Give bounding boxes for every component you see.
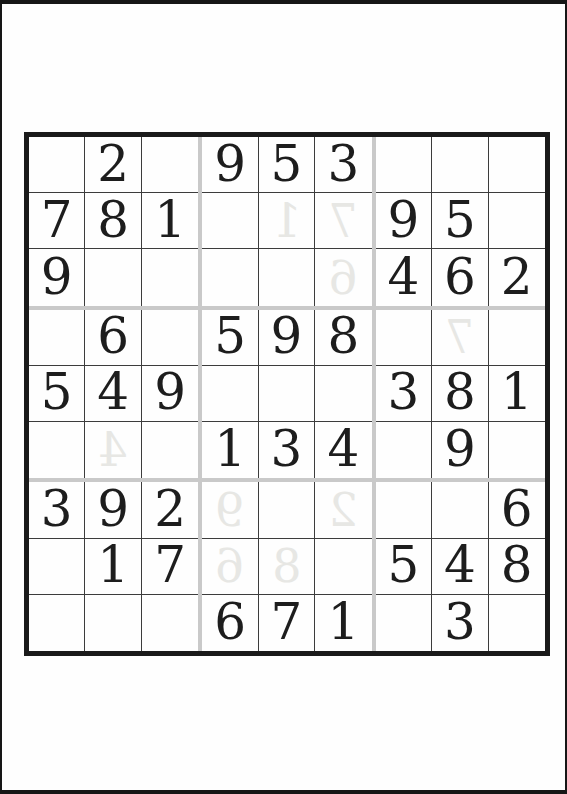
cell-r1c4[interactable]: 9 — [202, 137, 258, 193]
given-digit: 6 — [444, 252, 476, 302]
given-digit: 4 — [328, 424, 360, 474]
cell-r7c9[interactable]: 6 — [489, 482, 545, 538]
cell-r8c6[interactable] — [315, 539, 371, 595]
given-digit: 7 — [41, 195, 73, 245]
given-digit: 3 — [387, 367, 419, 417]
cell-r4c8[interactable]: 7 — [432, 310, 488, 366]
cell-r5c5[interactable] — [259, 366, 315, 422]
given-digit: 3 — [271, 424, 303, 474]
cell-r3c6[interactable]: 6 — [315, 249, 371, 305]
cell-r4c1[interactable] — [29, 310, 85, 366]
cell-r1c1[interactable] — [29, 137, 85, 193]
given-digit: 3 — [444, 597, 476, 647]
given-digit: 1 — [501, 367, 533, 417]
given-digit: 9 — [444, 424, 476, 474]
given-digit: 6 — [501, 484, 533, 534]
cell-r7c7[interactable] — [376, 482, 432, 538]
cell-r9c3[interactable] — [142, 595, 198, 651]
cell-r7c8[interactable] — [432, 482, 488, 538]
given-digit: 9 — [214, 139, 246, 189]
cell-r3c2[interactable] — [85, 249, 141, 305]
cell-r9c7[interactable] — [376, 595, 432, 651]
given-digit: 1 — [97, 540, 129, 590]
cell-r3c9[interactable]: 2 — [489, 249, 545, 305]
cell-r2c4[interactable] — [202, 193, 258, 249]
cell-r2c6[interactable]: 7 — [315, 193, 371, 249]
given-digit: 3 — [41, 484, 73, 534]
cell-r9c8[interactable]: 3 — [432, 595, 488, 651]
ghost-digit: 4 — [85, 422, 140, 478]
given-digit: 5 — [387, 540, 419, 590]
cell-r9c6[interactable]: 1 — [315, 595, 371, 651]
given-digit: 3 — [328, 139, 360, 189]
cell-r2c1[interactable]: 7 — [29, 193, 85, 249]
cell-r6c3[interactable] — [142, 422, 198, 478]
cell-r5c2[interactable]: 4 — [85, 366, 141, 422]
given-digit: 1 — [214, 424, 246, 474]
given-digit: 9 — [41, 252, 73, 302]
cell-r6c9[interactable] — [489, 422, 545, 478]
given-digit: 6 — [214, 597, 246, 647]
given-digit: 9 — [387, 195, 419, 245]
cell-r7c3[interactable]: 2 — [142, 482, 198, 538]
cell-r8c8[interactable]: 4 — [432, 539, 488, 595]
cell-r9c4[interactable]: 6 — [202, 595, 258, 651]
cell-r6c5[interactable]: 3 — [259, 422, 315, 478]
given-digit: 6 — [97, 311, 129, 361]
ghost-digit: 8 — [259, 539, 314, 594]
given-digit: 1 — [328, 597, 360, 647]
cell-r1c6[interactable]: 3 — [315, 137, 371, 193]
ghost-digit: 2 — [315, 482, 371, 537]
cell-r5c6[interactable] — [315, 366, 371, 422]
cell-r5c8[interactable]: 8 — [432, 366, 488, 422]
ghost-digit: 9 — [202, 482, 257, 537]
cell-r8c1[interactable] — [29, 539, 85, 595]
cell-r8c2[interactable]: 1 — [85, 539, 141, 595]
cell-r2c2[interactable]: 8 — [85, 193, 141, 249]
cell-r7c1[interactable]: 3 — [29, 482, 85, 538]
cell-r7c6[interactable]: 2 — [315, 482, 371, 538]
cell-r2c5[interactable]: 1 — [259, 193, 315, 249]
given-digit: 5 — [214, 311, 246, 361]
cell-r6c6[interactable]: 4 — [315, 422, 371, 478]
cell-r2c9[interactable] — [489, 193, 545, 249]
given-digit: 7 — [271, 597, 303, 647]
cell-r4c3[interactable] — [142, 310, 198, 366]
cell-r1c9[interactable] — [489, 137, 545, 193]
cell-r8c3[interactable]: 7 — [142, 539, 198, 595]
cell-r3c1[interactable]: 9 — [29, 249, 85, 305]
given-digit: 7 — [154, 540, 186, 590]
cell-r6c4[interactable]: 1 — [202, 422, 258, 478]
given-digit: 2 — [154, 484, 186, 534]
cell-r1c5[interactable]: 5 — [259, 137, 315, 193]
cell-r8c7[interactable]: 5 — [376, 539, 432, 595]
cell-r4c6[interactable]: 8 — [315, 310, 371, 366]
cell-r2c3[interactable]: 1 — [142, 193, 198, 249]
cell-r6c2[interactable]: 4 — [85, 422, 141, 478]
cell-r9c5[interactable]: 7 — [259, 595, 315, 651]
given-digit: 4 — [387, 252, 419, 302]
cell-r8c9[interactable]: 8 — [489, 539, 545, 595]
cell-r3c3[interactable] — [142, 249, 198, 305]
given-digit: 4 — [97, 367, 129, 417]
cell-r1c7[interactable] — [376, 137, 432, 193]
given-digit: 8 — [97, 195, 129, 245]
given-digit: 2 — [501, 252, 533, 302]
given-digit: 9 — [271, 311, 303, 361]
cell-r3c5[interactable] — [259, 249, 315, 305]
ghost-digit: 1 — [259, 193, 314, 248]
cell-r1c2[interactable]: 2 — [85, 137, 141, 193]
ghost-digit: 6 — [202, 539, 257, 594]
cell-r4c9[interactable] — [489, 310, 545, 366]
cell-r5c1[interactable]: 5 — [29, 366, 85, 422]
given-digit: 9 — [97, 484, 129, 534]
cell-r3c8[interactable]: 6 — [432, 249, 488, 305]
cell-r7c2[interactable]: 9 — [85, 482, 141, 538]
cell-r5c9[interactable]: 1 — [489, 366, 545, 422]
ghost-digit: 6 — [315, 249, 371, 305]
cell-r4c7[interactable] — [376, 310, 432, 366]
cell-r6c7[interactable] — [376, 422, 432, 478]
cell-r1c8[interactable] — [432, 137, 488, 193]
ghost-digit: 7 — [432, 310, 487, 365]
cell-r6c1[interactable] — [29, 422, 85, 478]
ghost-digit: 7 — [315, 193, 371, 248]
cell-r5c4[interactable] — [202, 366, 258, 422]
cell-r1c3[interactable] — [142, 137, 198, 193]
scanned-puzzle-page: 2953781179596462659875493814134939292617… — [0, 0, 567, 794]
cell-r7c5[interactable] — [259, 482, 315, 538]
cell-r4c5[interactable]: 9 — [259, 310, 315, 366]
cell-r5c3[interactable]: 9 — [142, 366, 198, 422]
given-digit: 2 — [97, 139, 129, 189]
cell-r9c2[interactable] — [85, 595, 141, 651]
cell-r6c8[interactable]: 9 — [432, 422, 488, 478]
given-digit: 4 — [444, 540, 476, 590]
given-digit: 5 — [41, 367, 73, 417]
cell-r8c4[interactable]: 6 — [202, 539, 258, 595]
given-digit: 8 — [501, 540, 533, 590]
cell-r8c5[interactable]: 8 — [259, 539, 315, 595]
cell-r5c7[interactable]: 3 — [376, 366, 432, 422]
cell-r2c7[interactable]: 9 — [376, 193, 432, 249]
given-digit: 8 — [328, 311, 360, 361]
given-digit: 9 — [154, 367, 186, 417]
sudoku-board: 2953781179596462659875493814134939292617… — [24, 132, 550, 656]
cell-r3c4[interactable] — [202, 249, 258, 305]
given-digit: 5 — [444, 195, 476, 245]
given-digit: 1 — [154, 195, 186, 245]
cell-r9c9[interactable] — [489, 595, 545, 651]
cell-r4c2[interactable]: 6 — [85, 310, 141, 366]
given-digit: 5 — [271, 139, 303, 189]
cell-r3c7[interactable]: 4 — [376, 249, 432, 305]
cell-r9c1[interactable] — [29, 595, 85, 651]
given-digit: 8 — [444, 367, 476, 417]
cell-r7c4[interactable]: 9 — [202, 482, 258, 538]
cell-r2c8[interactable]: 5 — [432, 193, 488, 249]
cell-r4c4[interactable]: 5 — [202, 310, 258, 366]
